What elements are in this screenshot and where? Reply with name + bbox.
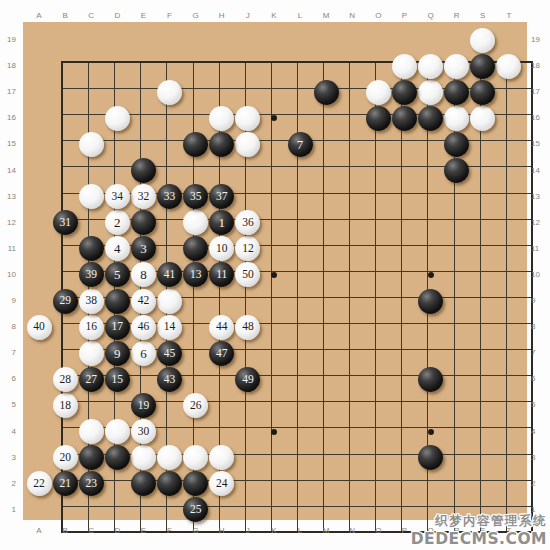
coord-label-right-13: 13 <box>531 192 549 202</box>
coord-label-left-18: 18 <box>1 61 16 71</box>
stone-white-G5: 26 <box>183 393 208 418</box>
coord-label-right-2: 2 <box>531 479 549 489</box>
stone-black-Q16 <box>418 106 443 131</box>
stone-black-R14 <box>444 158 469 183</box>
coord-label-left-14: 14 <box>1 166 16 176</box>
coord-label-top-Q: Q <box>424 11 438 21</box>
stone-black-D3 <box>105 445 130 470</box>
coord-label-top-M: M <box>319 11 333 21</box>
stone-black-H15 <box>209 132 234 157</box>
coord-label-left-16: 16 <box>1 113 16 123</box>
stone-white-E8: 46 <box>131 315 156 340</box>
coord-label-bottom-E: E <box>136 526 150 536</box>
stone-white-T18 <box>496 54 521 79</box>
stone-white-F17 <box>157 80 182 105</box>
stone-white-D16 <box>105 106 130 131</box>
stone-black-R17 <box>444 80 469 105</box>
stone-white-F9 <box>157 289 182 314</box>
stone-white-C15 <box>79 132 104 157</box>
stone-black-D6: 15 <box>105 367 130 392</box>
coord-label-top-S: S <box>476 11 490 21</box>
stone-black-D7: 9 <box>105 341 130 366</box>
coord-label-bottom-J: J <box>241 526 255 536</box>
stone-black-R15 <box>444 132 469 157</box>
stone-black-F7: 45 <box>157 341 182 366</box>
star-point-K10 <box>271 272 277 278</box>
stone-white-A2: 22 <box>27 471 52 496</box>
coord-label-right-7: 7 <box>531 348 549 358</box>
coord-label-right-8: 8 <box>531 322 549 332</box>
coord-label-bottom-G: G <box>189 526 203 536</box>
stone-white-E4: 30 <box>131 419 156 444</box>
stone-white-J10: 50 <box>235 262 260 287</box>
stone-white-H3 <box>209 445 234 470</box>
coord-label-top-F: F <box>163 11 177 21</box>
watermark-line1: 织梦内容管理系统 <box>411 513 547 530</box>
stone-black-G13: 35 <box>183 184 208 209</box>
stone-white-J15 <box>235 132 260 157</box>
stone-black-G11 <box>183 236 208 261</box>
coord-label-right-9: 9 <box>531 296 549 306</box>
coord-label-top-L: L <box>293 11 307 21</box>
coord-label-top-R: R <box>450 11 464 21</box>
stone-black-Q9 <box>418 289 443 314</box>
stone-black-G15 <box>183 132 208 157</box>
coord-label-top-B: B <box>58 11 72 21</box>
stone-white-C7 <box>79 341 104 366</box>
coord-label-right-5: 5 <box>531 400 549 410</box>
coord-label-top-D: D <box>110 11 124 21</box>
stone-white-J8: 48 <box>235 315 260 340</box>
coord-label-left-2: 2 <box>1 479 16 489</box>
stone-black-B2: 21 <box>53 471 78 496</box>
stone-white-B3: 20 <box>53 445 78 470</box>
coord-label-right-17: 17 <box>531 87 549 97</box>
coord-label-top-E: E <box>136 11 150 21</box>
coord-label-bottom-O: O <box>371 526 385 536</box>
coord-label-bottom-M: M <box>319 526 333 536</box>
stone-black-H10: 11 <box>209 262 234 287</box>
stone-black-F2 <box>157 471 182 496</box>
coord-label-top-C: C <box>84 11 98 21</box>
coord-label-left-3: 3 <box>1 453 16 463</box>
stone-white-Q18 <box>418 54 443 79</box>
coord-label-top-N: N <box>345 11 359 21</box>
coord-label-left-13: 13 <box>1 192 16 202</box>
coord-label-left-1: 1 <box>1 505 16 515</box>
stone-black-C10: 39 <box>79 262 104 287</box>
stone-white-D11: 4 <box>105 236 130 261</box>
stone-white-D4 <box>105 419 130 444</box>
stone-black-Q6 <box>418 367 443 392</box>
stone-white-J16 <box>235 106 260 131</box>
coord-label-bottom-C: C <box>84 526 98 536</box>
stone-white-D12: 2 <box>105 210 130 235</box>
coord-label-bottom-P: P <box>397 526 411 536</box>
stone-black-P16 <box>392 106 417 131</box>
stone-white-H2: 24 <box>209 471 234 496</box>
coord-label-right-6: 6 <box>531 374 549 384</box>
coord-label-left-11: 11 <box>1 244 16 254</box>
stone-white-R18 <box>444 54 469 79</box>
stone-black-O16 <box>366 106 391 131</box>
stone-white-S16 <box>470 106 495 131</box>
stone-white-Q17 <box>418 80 443 105</box>
stone-white-H16 <box>209 106 234 131</box>
coord-label-right-11: 11 <box>531 244 549 254</box>
stone-black-Q3 <box>418 445 443 470</box>
coord-label-right-12: 12 <box>531 218 549 228</box>
coord-label-bottom-H: H <box>215 526 229 536</box>
coord-label-bottom-A: A <box>32 526 46 536</box>
stone-white-E10: 8 <box>131 262 156 287</box>
stone-white-O17 <box>366 80 391 105</box>
coord-label-top-T: T <box>502 11 516 21</box>
coord-label-right-16: 16 <box>531 113 549 123</box>
star-point-Q4 <box>428 429 434 435</box>
stone-white-E7: 6 <box>131 341 156 366</box>
stone-black-M17 <box>314 80 339 105</box>
coord-label-top-J: J <box>241 11 255 21</box>
stone-black-H7: 47 <box>209 341 234 366</box>
stone-black-H13: 37 <box>209 184 234 209</box>
stone-white-F8: 14 <box>157 315 182 340</box>
stone-white-H11: 10 <box>209 236 234 261</box>
stone-black-D9 <box>105 289 130 314</box>
coord-label-left-9: 9 <box>1 296 16 306</box>
stone-white-G12 <box>183 210 208 235</box>
stone-black-G1: 25 <box>183 497 208 522</box>
stone-black-C6: 27 <box>79 367 104 392</box>
stone-black-C2: 23 <box>79 471 104 496</box>
coord-label-bottom-L: L <box>293 526 307 536</box>
stone-white-E9: 42 <box>131 289 156 314</box>
stone-black-E2 <box>131 471 156 496</box>
stone-black-E12 <box>131 210 156 235</box>
stone-black-E14 <box>131 158 156 183</box>
stone-black-B12: 31 <box>53 210 78 235</box>
stone-white-D13: 34 <box>105 184 130 209</box>
coord-label-right-19: 19 <box>531 35 549 45</box>
stone-black-S17 <box>470 80 495 105</box>
coord-label-right-3: 3 <box>531 453 549 463</box>
coord-label-top-O: O <box>371 11 385 21</box>
stone-black-H12: 1 <box>209 210 234 235</box>
stone-black-F13: 33 <box>157 184 182 209</box>
star-point-K16 <box>271 115 277 121</box>
stone-white-F3 <box>157 445 182 470</box>
stone-white-J11: 12 <box>235 236 260 261</box>
stone-black-G10: 13 <box>183 262 208 287</box>
board-intersections-grid: 1234567891011121314151617181920212223242… <box>26 27 522 523</box>
stone-white-P18 <box>392 54 417 79</box>
stone-black-S18 <box>470 54 495 79</box>
coord-label-left-17: 17 <box>1 87 16 97</box>
star-point-K4 <box>271 429 277 435</box>
stone-white-G3 <box>183 445 208 470</box>
stone-black-P17 <box>392 80 417 105</box>
stone-white-C4 <box>79 419 104 444</box>
stone-white-C8: 16 <box>79 315 104 340</box>
coord-label-left-12: 12 <box>1 218 16 228</box>
coord-label-right-14: 14 <box>531 166 549 176</box>
go-diagram-image: 1234567891011121314151617181920212223242… <box>0 0 550 550</box>
coord-label-top-G: G <box>189 11 203 21</box>
coord-label-bottom-D: D <box>110 526 124 536</box>
coord-label-left-5: 5 <box>1 400 16 410</box>
coord-label-left-8: 8 <box>1 322 16 332</box>
stone-white-E3 <box>131 445 156 470</box>
coord-label-top-P: P <box>397 11 411 21</box>
stone-black-B9: 29 <box>53 289 78 314</box>
stone-black-F6: 43 <box>157 367 182 392</box>
coord-label-left-4: 4 <box>1 427 16 437</box>
stone-black-C11 <box>79 236 104 261</box>
stone-white-R16 <box>444 106 469 131</box>
stone-white-J12: 36 <box>235 210 260 235</box>
coord-label-left-7: 7 <box>1 348 16 358</box>
watermark-line2: DEDECMS.COM <box>411 530 547 548</box>
stone-white-A8: 40 <box>27 315 52 340</box>
stone-white-B6: 28 <box>53 367 78 392</box>
coord-label-bottom-B: B <box>58 526 72 536</box>
stone-white-B5: 18 <box>53 393 78 418</box>
stone-black-L15: 7 <box>288 132 313 157</box>
stone-black-J6: 49 <box>235 367 260 392</box>
stone-black-E5: 19 <box>131 393 156 418</box>
stone-white-C13 <box>79 184 104 209</box>
stone-black-D8: 17 <box>105 315 130 340</box>
coord-label-bottom-F: F <box>163 526 177 536</box>
coord-label-left-6: 6 <box>1 374 16 384</box>
stone-white-H8: 44 <box>209 315 234 340</box>
stone-black-D10: 5 <box>105 262 130 287</box>
stone-white-C9: 38 <box>79 289 104 314</box>
coord-label-left-10: 10 <box>1 270 16 280</box>
stone-white-E13: 32 <box>131 184 156 209</box>
coord-label-top-H: H <box>215 11 229 21</box>
stone-black-F10: 41 <box>157 262 182 287</box>
coord-label-right-15: 15 <box>531 139 549 149</box>
coord-label-bottom-K: K <box>267 526 281 536</box>
coord-label-right-18: 18 <box>531 61 549 71</box>
coord-label-left-15: 15 <box>1 139 16 149</box>
coord-label-right-10: 10 <box>531 270 549 280</box>
stone-white-S19 <box>470 28 495 53</box>
coord-label-right-4: 4 <box>531 427 549 437</box>
stone-black-G2 <box>183 471 208 496</box>
stone-black-E11: 3 <box>131 236 156 261</box>
coord-label-left-19: 19 <box>1 35 16 45</box>
star-point-Q10 <box>428 272 434 278</box>
stone-black-C3 <box>79 445 104 470</box>
coord-label-bottom-N: N <box>345 526 359 536</box>
watermark: 织梦内容管理系统 DEDECMS.COM <box>411 513 547 548</box>
coord-label-top-K: K <box>267 11 281 21</box>
coord-label-top-A: A <box>32 11 46 21</box>
